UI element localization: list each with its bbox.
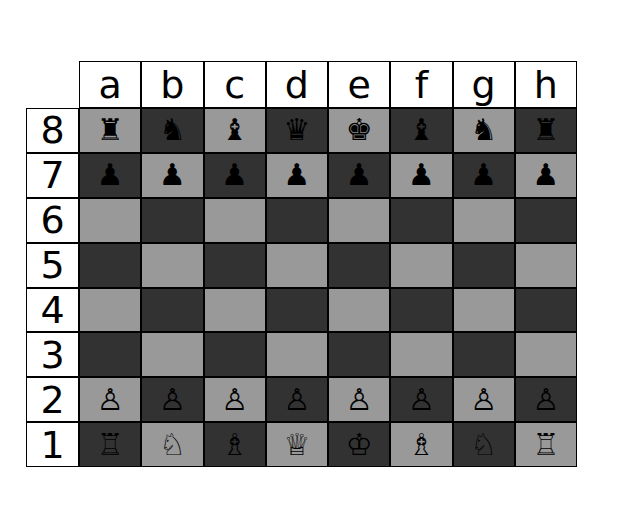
piece-white-knight: ♘ xyxy=(470,430,497,460)
rank-label-7: 7 xyxy=(26,153,79,198)
square-b2[interactable]: ♙ xyxy=(141,377,203,422)
square-g5[interactable] xyxy=(453,243,515,288)
rank-label-6-text: 6 xyxy=(40,201,64,239)
square-h4[interactable] xyxy=(515,288,577,333)
file-label-a: a xyxy=(79,61,141,108)
piece-white-pawn: ♙ xyxy=(532,385,559,415)
square-c5[interactable] xyxy=(204,243,266,288)
piece-black-pawn: ♟ xyxy=(408,160,435,190)
piece-white-knight: ♘ xyxy=(159,430,186,460)
piece-black-bishop: ♝ xyxy=(221,115,248,145)
square-d2[interactable]: ♙ xyxy=(266,377,328,422)
rank-label-6: 6 xyxy=(26,198,79,243)
square-c6[interactable] xyxy=(204,198,266,243)
corner-cell xyxy=(26,61,79,108)
square-c8[interactable]: ♝ xyxy=(204,108,266,153)
piece-black-pawn: ♟ xyxy=(97,160,124,190)
square-a2[interactable]: ♙ xyxy=(79,377,141,422)
square-d4[interactable] xyxy=(266,288,328,333)
piece-white-pawn: ♙ xyxy=(221,385,248,415)
piece-white-rook: ♖ xyxy=(532,430,559,460)
piece-white-pawn: ♙ xyxy=(283,385,310,415)
file-label-f: f xyxy=(390,61,452,108)
file-label-c: c xyxy=(204,61,266,108)
square-h2[interactable]: ♙ xyxy=(515,377,577,422)
square-a5[interactable] xyxy=(79,243,141,288)
square-b8[interactable]: ♞ xyxy=(141,108,203,153)
piece-black-pawn: ♟ xyxy=(346,160,373,190)
square-b6[interactable] xyxy=(141,198,203,243)
square-b5[interactable] xyxy=(141,243,203,288)
piece-black-pawn: ♟ xyxy=(221,160,248,190)
square-f4[interactable] xyxy=(390,288,452,333)
square-b3[interactable] xyxy=(141,332,203,377)
square-a3[interactable] xyxy=(79,332,141,377)
square-d3[interactable] xyxy=(266,332,328,377)
piece-white-bishop: ♗ xyxy=(408,430,435,460)
rank-label-1: 1 xyxy=(26,422,79,467)
piece-white-pawn: ♙ xyxy=(408,385,435,415)
piece-black-king: ♚ xyxy=(346,115,373,145)
square-e4[interactable] xyxy=(328,288,390,333)
square-h3[interactable] xyxy=(515,332,577,377)
file-label-d-text: d xyxy=(285,66,309,104)
square-a4[interactable] xyxy=(79,288,141,333)
piece-white-pawn: ♙ xyxy=(470,385,497,415)
square-d5[interactable] xyxy=(266,243,328,288)
square-c4[interactable] xyxy=(204,288,266,333)
square-g8[interactable]: ♞ xyxy=(453,108,515,153)
rank-label-8: 8 xyxy=(26,108,79,153)
rank-label-2: 2 xyxy=(26,377,79,422)
square-e1[interactable]: ♔ xyxy=(328,422,390,467)
square-d8[interactable]: ♛ xyxy=(266,108,328,153)
square-g2[interactable]: ♙ xyxy=(453,377,515,422)
piece-black-queen: ♛ xyxy=(283,115,310,145)
square-e2[interactable]: ♙ xyxy=(328,377,390,422)
file-label-g-text: g xyxy=(472,66,496,104)
piece-black-pawn: ♟ xyxy=(283,160,310,190)
piece-black-knight: ♞ xyxy=(470,115,497,145)
square-b4[interactable] xyxy=(141,288,203,333)
piece-black-knight: ♞ xyxy=(159,115,186,145)
square-f6[interactable] xyxy=(390,198,452,243)
square-b7[interactable]: ♟ xyxy=(141,153,203,198)
file-label-a-text: a xyxy=(98,66,121,104)
square-h5[interactable] xyxy=(515,243,577,288)
file-label-d: d xyxy=(266,61,328,108)
square-g4[interactable] xyxy=(453,288,515,333)
piece-black-pawn: ♟ xyxy=(470,160,497,190)
square-e3[interactable] xyxy=(328,332,390,377)
square-h1[interactable]: ♖ xyxy=(515,422,577,467)
rank-label-4-text: 4 xyxy=(40,291,64,329)
square-g1[interactable]: ♘ xyxy=(453,422,515,467)
square-e8[interactable]: ♚ xyxy=(328,108,390,153)
rank-label-3-text: 3 xyxy=(40,336,64,374)
square-d6[interactable] xyxy=(266,198,328,243)
square-e7[interactable]: ♟ xyxy=(328,153,390,198)
rank-label-3: 3 xyxy=(26,332,79,377)
rank-label-2-text: 2 xyxy=(40,381,64,419)
chess-board: abcdefgh8♜♞♝♛♚♝♞♜7♟♟♟♟♟♟♟♟65432♙♙♙♙♙♙♙♙1… xyxy=(26,61,577,467)
square-f5[interactable] xyxy=(390,243,452,288)
file-label-g: g xyxy=(453,61,515,108)
file-label-h: h xyxy=(515,61,577,108)
square-f7[interactable]: ♟ xyxy=(390,153,452,198)
square-g7[interactable]: ♟ xyxy=(453,153,515,198)
square-g3[interactable] xyxy=(453,332,515,377)
square-c7[interactable]: ♟ xyxy=(204,153,266,198)
square-e6[interactable] xyxy=(328,198,390,243)
rank-label-1-text: 1 xyxy=(40,426,64,464)
piece-black-rook: ♜ xyxy=(97,115,124,145)
piece-white-pawn: ♙ xyxy=(159,385,186,415)
square-h7[interactable]: ♟ xyxy=(515,153,577,198)
square-d7[interactable]: ♟ xyxy=(266,153,328,198)
piece-white-king: ♔ xyxy=(346,430,373,460)
square-f1[interactable]: ♗ xyxy=(390,422,452,467)
square-g6[interactable] xyxy=(453,198,515,243)
square-f8[interactable]: ♝ xyxy=(390,108,452,153)
square-f3[interactable] xyxy=(390,332,452,377)
file-label-e-text: e xyxy=(347,66,370,104)
rank-label-8-text: 8 xyxy=(40,111,64,149)
piece-white-pawn: ♙ xyxy=(97,385,124,415)
file-label-b: b xyxy=(141,61,203,108)
square-d1[interactable]: ♕ xyxy=(266,422,328,467)
square-e5[interactable] xyxy=(328,243,390,288)
square-c1[interactable]: ♗ xyxy=(204,422,266,467)
square-b1[interactable]: ♘ xyxy=(141,422,203,467)
square-c2[interactable]: ♙ xyxy=(204,377,266,422)
piece-white-queen: ♕ xyxy=(283,430,310,460)
square-f2[interactable]: ♙ xyxy=(390,377,452,422)
square-a6[interactable] xyxy=(79,198,141,243)
file-label-c-text: c xyxy=(224,66,245,104)
piece-black-pawn: ♟ xyxy=(532,160,559,190)
piece-white-rook: ♖ xyxy=(97,430,124,460)
square-h8[interactable]: ♜ xyxy=(515,108,577,153)
rank-label-4: 4 xyxy=(26,288,79,333)
file-label-h-text: h xyxy=(534,66,558,104)
square-a8[interactable]: ♜ xyxy=(79,108,141,153)
file-label-b-text: b xyxy=(160,66,184,104)
piece-white-bishop: ♗ xyxy=(221,430,248,460)
file-label-e: e xyxy=(328,61,390,108)
piece-black-pawn: ♟ xyxy=(159,160,186,190)
rank-label-5: 5 xyxy=(26,243,79,288)
square-a1[interactable]: ♖ xyxy=(79,422,141,467)
piece-white-pawn: ♙ xyxy=(346,385,373,415)
square-h6[interactable] xyxy=(515,198,577,243)
square-a7[interactable]: ♟ xyxy=(79,153,141,198)
piece-black-rook: ♜ xyxy=(532,115,559,145)
square-c3[interactable] xyxy=(204,332,266,377)
rank-label-7-text: 7 xyxy=(40,156,64,194)
rank-label-5-text: 5 xyxy=(40,246,64,284)
file-label-f-text: f xyxy=(415,66,428,104)
piece-black-bishop: ♝ xyxy=(408,115,435,145)
